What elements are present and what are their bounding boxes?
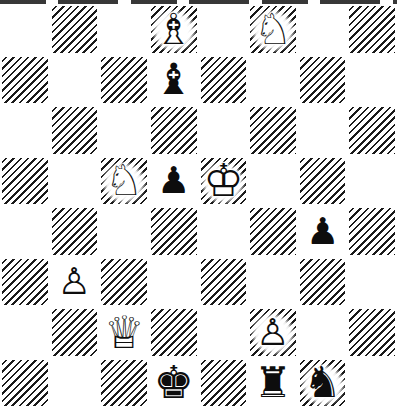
square-b1[interactable] xyxy=(50,358,100,408)
piece-white-bishop[interactable]: ♗ xyxy=(151,5,197,53)
square-a2[interactable] xyxy=(0,307,50,358)
square-e3[interactable] xyxy=(199,257,249,308)
square-g8[interactable] xyxy=(298,4,348,55)
piece-white-pawn[interactable]: ♙ xyxy=(51,258,97,306)
square-c2[interactable]: ♕ xyxy=(99,307,149,358)
square-a4[interactable] xyxy=(0,206,50,257)
square-d1[interactable]: ♚ xyxy=(149,358,199,408)
square-e7[interactable] xyxy=(199,55,249,106)
square-b5[interactable] xyxy=(50,156,100,207)
square-e8[interactable] xyxy=(199,4,249,55)
square-a7[interactable] xyxy=(0,55,50,106)
square-a6[interactable] xyxy=(0,105,50,156)
square-h6[interactable] xyxy=(347,105,397,156)
square-b4[interactable] xyxy=(50,206,100,257)
square-e1[interactable] xyxy=(199,358,249,408)
square-f6[interactable] xyxy=(248,105,298,156)
piece-white-king[interactable]: ♔ xyxy=(200,157,246,205)
square-e5[interactable]: ♔ xyxy=(199,156,249,207)
square-g7[interactable] xyxy=(298,55,348,106)
square-c4[interactable] xyxy=(99,206,149,257)
square-g6[interactable] xyxy=(298,105,348,156)
square-f2[interactable]: ♙ xyxy=(248,307,298,358)
square-c8[interactable] xyxy=(99,4,149,55)
square-b2[interactable] xyxy=(50,307,100,358)
square-b6[interactable] xyxy=(50,105,100,156)
square-c5[interactable]: ♘ xyxy=(99,156,149,207)
square-h2[interactable] xyxy=(347,307,397,358)
square-f5[interactable] xyxy=(248,156,298,207)
square-f4[interactable] xyxy=(248,206,298,257)
piece-black-king[interactable]: ♚ xyxy=(151,359,197,407)
square-d2[interactable] xyxy=(149,307,199,358)
piece-white-knight[interactable]: ♘ xyxy=(101,157,147,205)
square-c3[interactable] xyxy=(99,257,149,308)
square-d3[interactable] xyxy=(149,257,199,308)
square-h5[interactable] xyxy=(347,156,397,207)
square-g2[interactable] xyxy=(298,307,348,358)
square-g4[interactable]: ♟ xyxy=(298,206,348,257)
square-h1[interactable] xyxy=(347,358,397,408)
square-h7[interactable] xyxy=(347,55,397,106)
square-b7[interactable] xyxy=(50,55,100,106)
square-d7[interactable]: ♝ xyxy=(149,55,199,106)
square-e6[interactable] xyxy=(199,105,249,156)
square-b8[interactable] xyxy=(50,4,100,55)
square-f1[interactable]: ♜ xyxy=(248,358,298,408)
square-h4[interactable] xyxy=(347,206,397,257)
square-f8[interactable]: ♘ xyxy=(248,4,298,55)
chess-diagram: ♗♘♝♘♟♔♟♙♕♙♚♜♞ xyxy=(0,0,397,408)
chess-board: ♗♘♝♘♟♔♟♙♕♙♚♜♞ xyxy=(0,4,397,408)
square-e4[interactable] xyxy=(199,206,249,257)
square-a5[interactable] xyxy=(0,156,50,207)
square-e2[interactable] xyxy=(199,307,249,358)
square-g3[interactable] xyxy=(298,257,348,308)
square-d5[interactable]: ♟ xyxy=(149,156,199,207)
piece-white-queen[interactable]: ♕ xyxy=(101,308,147,356)
piece-black-rook[interactable]: ♜ xyxy=(250,359,296,407)
piece-black-knight[interactable]: ♞ xyxy=(300,359,346,407)
piece-black-bishop[interactable]: ♝ xyxy=(151,56,197,104)
square-c6[interactable] xyxy=(99,105,149,156)
square-g5[interactable] xyxy=(298,156,348,207)
square-f7[interactable] xyxy=(248,55,298,106)
square-c1[interactable] xyxy=(99,358,149,408)
square-h8[interactable] xyxy=(347,4,397,55)
piece-white-pawn[interactable]: ♙ xyxy=(250,308,296,356)
square-b3[interactable]: ♙ xyxy=(50,257,100,308)
piece-black-pawn[interactable]: ♟ xyxy=(300,207,346,255)
piece-white-knight[interactable]: ♘ xyxy=(250,5,296,53)
square-h3[interactable] xyxy=(347,257,397,308)
square-f3[interactable] xyxy=(248,257,298,308)
square-d4[interactable] xyxy=(149,206,199,257)
square-c7[interactable] xyxy=(99,55,149,106)
square-d8[interactable]: ♗ xyxy=(149,4,199,55)
square-d6[interactable] xyxy=(149,105,199,156)
piece-black-pawn[interactable]: ♟ xyxy=(151,157,197,205)
square-g1[interactable]: ♞ xyxy=(298,358,348,408)
square-a8[interactable] xyxy=(0,4,50,55)
square-a3[interactable] xyxy=(0,257,50,308)
square-a1[interactable] xyxy=(0,358,50,408)
